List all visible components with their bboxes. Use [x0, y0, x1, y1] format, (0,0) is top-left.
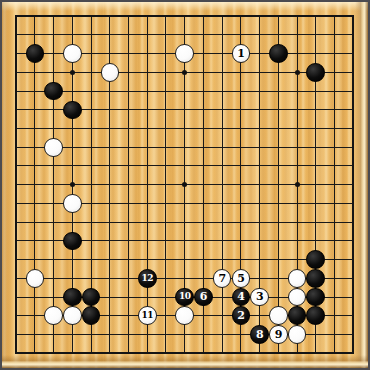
black-stone[interactable]: [306, 306, 325, 325]
black-stone[interactable]: [306, 288, 325, 307]
move-number: 5: [237, 273, 244, 284]
move-number: 10: [179, 292, 191, 301]
white-stone[interactable]: [175, 306, 194, 325]
white-stone[interactable]: 11: [138, 306, 157, 325]
white-stone[interactable]: [63, 44, 82, 63]
move-number: 11: [141, 311, 153, 320]
white-stone[interactable]: [175, 44, 194, 63]
black-stone[interactable]: [44, 82, 63, 101]
move-number: 1: [237, 48, 244, 59]
white-stone[interactable]: 5: [232, 269, 251, 288]
move-number: 3: [256, 291, 263, 302]
star-point: [70, 70, 75, 75]
move-number: 8: [256, 329, 263, 340]
white-stone[interactable]: [44, 138, 63, 157]
go-diagram: 112751064311289: [0, 0, 370, 370]
white-stone[interactable]: [63, 194, 82, 213]
star-point: [295, 182, 300, 187]
white-stone[interactable]: [288, 325, 307, 344]
black-stone[interactable]: [26, 44, 45, 63]
black-stone[interactable]: [269, 44, 288, 63]
white-stone[interactable]: 9: [269, 325, 288, 344]
move-number: 4: [237, 291, 244, 302]
white-stone[interactable]: 7: [213, 269, 232, 288]
star-point: [295, 70, 300, 75]
black-stone[interactable]: [306, 250, 325, 269]
black-stone[interactable]: [63, 101, 82, 120]
black-stone[interactable]: [306, 269, 325, 288]
white-stone[interactable]: [288, 269, 307, 288]
black-stone[interactable]: 10: [175, 288, 194, 307]
white-stone[interactable]: [269, 306, 288, 325]
black-stone[interactable]: 12: [138, 269, 157, 288]
white-stone[interactable]: 3: [250, 288, 269, 307]
move-number: 6: [200, 291, 207, 302]
black-stone[interactable]: 2: [232, 306, 251, 325]
move-number: 2: [237, 310, 244, 321]
white-stone[interactable]: 1: [232, 44, 251, 63]
black-stone[interactable]: [63, 288, 82, 307]
white-stone[interactable]: [101, 63, 120, 82]
white-stone[interactable]: [44, 306, 63, 325]
go-board[interactable]: 112751064311289: [0, 0, 370, 370]
white-stone[interactable]: [63, 306, 82, 325]
move-number: 7: [219, 273, 226, 284]
black-stone[interactable]: 8: [250, 325, 269, 344]
move-number: 12: [141, 274, 153, 283]
black-stone[interactable]: [306, 63, 325, 82]
black-stone[interactable]: [63, 232, 82, 251]
move-number: 9: [275, 329, 282, 340]
black-stone[interactable]: 6: [194, 288, 213, 307]
black-stone[interactable]: [288, 306, 307, 325]
white-stone[interactable]: [26, 269, 45, 288]
